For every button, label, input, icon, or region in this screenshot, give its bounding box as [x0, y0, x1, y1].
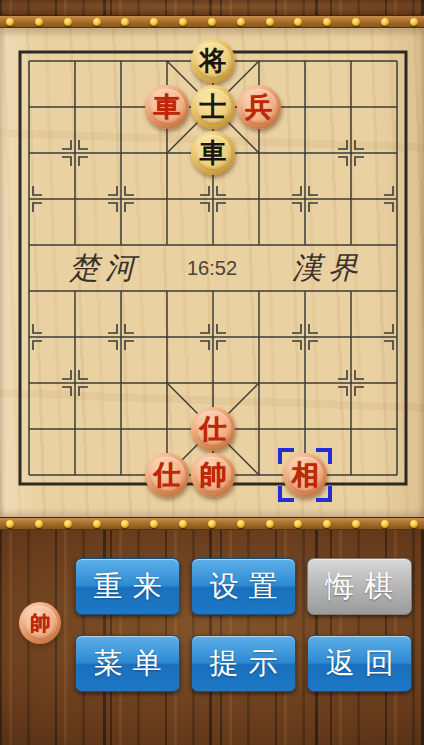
hint-button[interactable]: 提示 — [191, 635, 296, 692]
gold-stud-icon — [410, 18, 418, 26]
gold-stud-icon — [6, 18, 14, 26]
gold-stud-icon — [294, 520, 302, 528]
restart-button[interactable]: 重来 — [75, 558, 180, 615]
piece-glyph: 相 — [292, 462, 319, 489]
gold-stud-icon — [410, 520, 418, 528]
red-soldier-piece[interactable]: 兵 — [237, 85, 281, 129]
gold-stud-icon — [64, 18, 72, 26]
gold-stud-icon — [352, 520, 360, 528]
piece-glyph: 士 — [200, 94, 227, 121]
gold-stud-icon — [381, 520, 389, 528]
gold-stud-icon — [64, 520, 72, 528]
piece-glyph: 帥 — [200, 462, 227, 489]
piece-glyph: 兵 — [246, 94, 273, 121]
gold-stud-icon — [179, 18, 187, 26]
gold-stud-icon — [323, 520, 331, 528]
undo-button[interactable]: 悔棋 — [307, 558, 412, 615]
gold-stud-icon — [266, 18, 274, 26]
piece-glyph: 車 — [154, 94, 181, 121]
gold-stud-icon — [237, 18, 245, 26]
gold-stud-icon — [266, 520, 274, 528]
gold-stud-icon — [93, 520, 101, 528]
gold-stud-icon — [35, 520, 43, 528]
pieces-layer: 将車士兵車仕仕帥相 — [0, 28, 424, 517]
gold-stud-icon — [35, 18, 43, 26]
piece-glyph: 将 — [200, 48, 227, 75]
piece-glyph: 仕 — [154, 462, 181, 489]
gold-stud-icon — [93, 18, 101, 26]
piece-glyph: 仕 — [200, 416, 227, 443]
back-button[interactable]: 返回 — [307, 635, 412, 692]
gold-stud-icon — [150, 18, 158, 26]
gold-stud-icon — [121, 18, 129, 26]
gold-stud-icon — [179, 520, 187, 528]
top-stud-bar — [0, 15, 424, 28]
menu-button[interactable]: 菜单 — [75, 635, 180, 692]
control-panel: 帥 重来 设置 悔棋 菜单 提示 返回 — [0, 530, 424, 745]
gold-stud-icon — [323, 18, 331, 26]
gold-stud-icon — [6, 520, 14, 528]
turn-indicator-glyph: 帥 — [30, 613, 50, 633]
gold-stud-icon — [208, 520, 216, 528]
xiangqi-board[interactable]: 楚河 16:52 漢界 将車士兵車仕仕帥相 — [0, 28, 424, 517]
red-advisor-piece[interactable]: 仕 — [145, 453, 189, 497]
gold-stud-icon — [352, 18, 360, 26]
piece-glyph: 車 — [200, 140, 227, 167]
gold-stud-icon — [381, 18, 389, 26]
xiangqi-app-screen: 楚河 16:52 漢界 将車士兵車仕仕帥相 帥 重来 设置 悔棋 菜单 提示 返… — [0, 0, 424, 745]
red-advisor-piece[interactable]: 仕 — [191, 407, 235, 451]
top-wood-strip — [0, 0, 424, 15]
turn-indicator-piece: 帥 — [19, 602, 61, 644]
black-advisor-piece[interactable]: 士 — [191, 85, 235, 129]
black-chariot-piece[interactable]: 車 — [191, 131, 235, 175]
gold-stud-icon — [208, 18, 216, 26]
gold-stud-icon — [294, 18, 302, 26]
gold-stud-icon — [121, 520, 129, 528]
gold-stud-icon — [237, 520, 245, 528]
gold-stud-icon — [150, 520, 158, 528]
red-general-piece[interactable]: 帥 — [191, 453, 235, 497]
bottom-stud-bar — [0, 517, 424, 530]
black-general-piece[interactable]: 将 — [191, 39, 235, 83]
red-elephant-piece[interactable]: 相 — [283, 453, 327, 497]
settings-button[interactable]: 设置 — [191, 558, 296, 615]
red-chariot-piece[interactable]: 車 — [145, 85, 189, 129]
